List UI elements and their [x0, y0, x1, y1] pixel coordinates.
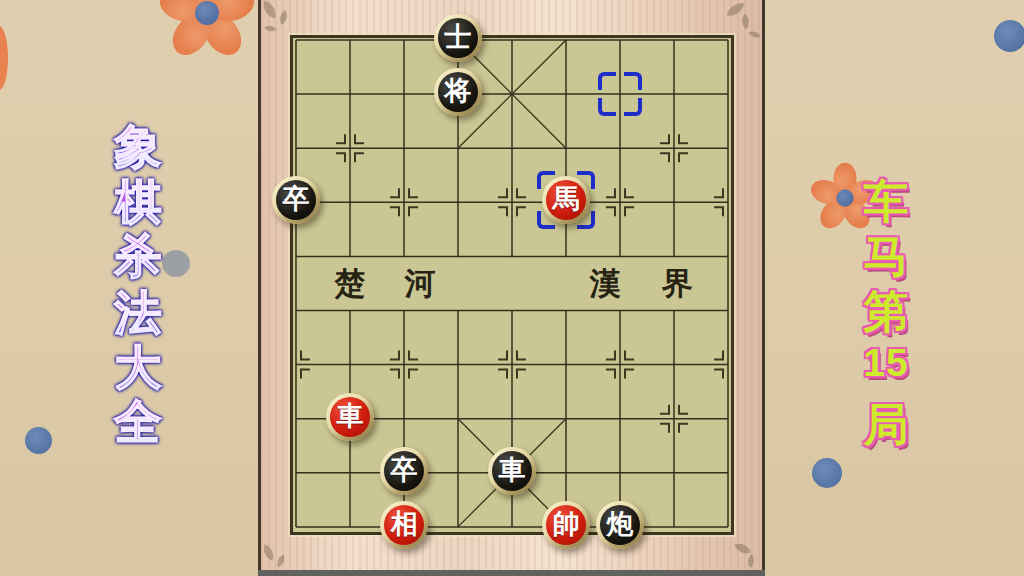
piece-red-chariot[interactable]: 車 [326, 393, 374, 441]
piece-black-advisor[interactable]: 士 [434, 14, 482, 62]
screenshot-stage: 楚河漢界 士将卒馬車卒車相帥炮 象棋杀法大全 车马第15局 [0, 0, 1024, 576]
piece-glyph: 相 [391, 506, 418, 542]
flower-center [195, 1, 219, 25]
piece-glyph: 帥 [553, 506, 580, 542]
piece-red-elephant[interactable]: 相 [380, 501, 428, 549]
piece-glyph: 炮 [607, 506, 634, 542]
piece-red-general[interactable]: 帥 [542, 501, 590, 549]
blue-dot-bottom-left [25, 427, 52, 454]
river-label: 漢 [583, 262, 627, 306]
piece-red-horse[interactable]: 馬 [542, 176, 590, 224]
piece-black-cannon[interactable]: 炮 [596, 501, 644, 549]
right-title-char: 第 [857, 282, 915, 342]
flower-edge-fragment [0, 26, 8, 90]
blue-dot-top-right [994, 20, 1024, 52]
flower-center [836, 189, 853, 206]
river-label: 河 [398, 262, 442, 306]
piece-glyph: 士 [445, 19, 472, 55]
left-title-char: 象 [109, 116, 167, 179]
river-label: 界 [655, 262, 699, 306]
piece-glyph: 卒 [391, 452, 418, 488]
last-move-from-marker [598, 72, 642, 116]
piece-glyph: 馬 [553, 181, 580, 217]
frame-bottom-shadow [258, 570, 765, 576]
piece-black-soldier[interactable]: 卒 [380, 447, 428, 495]
piece-glyph: 将 [445, 73, 472, 109]
piece-glyph: 卒 [283, 181, 310, 217]
blue-dot-bottom-right [812, 458, 842, 488]
piece-black-chariot[interactable]: 車 [488, 447, 536, 495]
piece-black-soldier[interactable]: 卒 [272, 176, 320, 224]
left-title-char: 法 [109, 282, 167, 345]
left-title-char: 杀 [109, 225, 167, 288]
right-title-char: 局 [857, 395, 915, 455]
right-title-char: 马 [857, 227, 915, 287]
piece-glyph: 車 [337, 398, 364, 434]
right-title-char: 15 [857, 341, 915, 385]
right-title-char: 车 [857, 172, 915, 232]
left-title-char: 全 [109, 391, 167, 454]
piece-glyph: 車 [499, 452, 526, 488]
river-label: 楚 [328, 262, 372, 306]
piece-black-general[interactable]: 将 [434, 68, 482, 116]
